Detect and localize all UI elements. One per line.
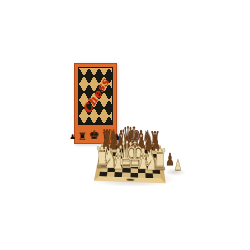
product-photo: Chess ♟♜♚♛♞ ♜♞♝♛♚♝♞♜♟♟♟♟♟♟♟♟♟♟♟♟♟♟♟♟♜♞♝♛… [0,0,250,250]
loose-pawns: ♟♟ [0,0,250,250]
loose-light-pawn: ♟ [174,158,182,172]
